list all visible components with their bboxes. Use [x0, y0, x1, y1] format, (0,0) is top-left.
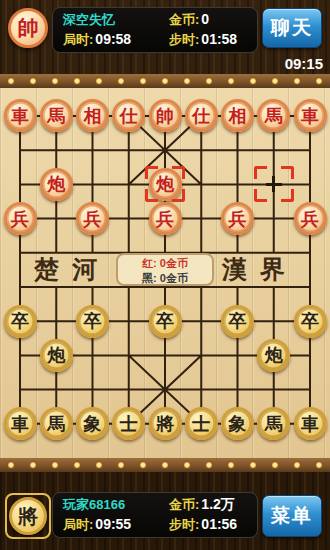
bottom-player-game-time: 局时:09:55 — [63, 516, 169, 534]
move-time-label: 步时: — [169, 32, 199, 47]
piece-black-卒[interactable]: 卒 — [149, 305, 182, 338]
piece-red-炮[interactable]: 炮 — [40, 168, 73, 201]
black-general-badge-icon: 將 — [9, 497, 47, 535]
piece-red-兵[interactable]: 兵 — [294, 202, 327, 235]
xiangqi-app-screen: 楚河 漢界 红: 0金币 黑: 0金币 車馬相仕帥仕相馬車炮炮兵兵兵兵兵卒卒卒卒… — [0, 0, 330, 550]
piece-red-相[interactable]: 相 — [76, 99, 109, 132]
piece-black-卒[interactable]: 卒 — [294, 305, 327, 338]
top-player-coins: 金币:0 — [169, 11, 251, 29]
piece-black-卒[interactable]: 卒 — [221, 305, 254, 338]
piece-black-車[interactable]: 車 — [294, 407, 327, 440]
chat-button[interactable]: 聊天 — [262, 8, 322, 48]
piece-red-馬[interactable]: 馬 — [40, 99, 73, 132]
top-player-panel: 深空失忆 金币:0 局时:09:58 步时:01:58 — [52, 7, 258, 53]
piece-red-兵[interactable]: 兵 — [76, 202, 109, 235]
piece-red-兵[interactable]: 兵 — [4, 202, 37, 235]
piece-black-將[interactable]: 將 — [149, 407, 182, 440]
game-time-label: 局时: — [63, 32, 93, 47]
piece-black-卒[interactable]: 卒 — [76, 305, 109, 338]
piece-black-士[interactable]: 士 — [112, 407, 145, 440]
session-clock: 09:15 — [285, 55, 323, 72]
game-time-value: 09:55 — [95, 516, 131, 532]
move-origin-marker — [254, 166, 294, 202]
bottom-player-name: 玩家68166 — [63, 496, 169, 514]
red-general-badge-char: 帥 — [18, 14, 39, 42]
piece-black-士[interactable]: 士 — [185, 407, 218, 440]
piece-red-相[interactable]: 相 — [221, 99, 254, 132]
top-player-move-time: 步时:01:58 — [169, 31, 251, 49]
turn-indicator-frame: 將 — [5, 493, 51, 539]
top-player-name: 深空失忆 — [63, 11, 169, 29]
piece-black-象[interactable]: 象 — [221, 407, 254, 440]
move-time-label: 步时: — [169, 517, 199, 532]
top-player-game-time: 局时:09:58 — [63, 31, 169, 49]
coins-value: 0 — [201, 11, 209, 27]
bottom-player-panel: 玩家68166 金币:1.2万 局时:09:55 步时:01:56 — [52, 492, 258, 538]
move-time-value: 01:58 — [201, 31, 237, 47]
piece-red-帥[interactable]: 帥 — [149, 99, 182, 132]
red-general-badge-icon: 帥 — [8, 8, 48, 48]
piece-red-車[interactable]: 車 — [4, 99, 37, 132]
piece-black-馬[interactable]: 馬 — [40, 407, 73, 440]
piece-red-仕[interactable]: 仕 — [112, 99, 145, 132]
move-time-value: 01:56 — [201, 516, 237, 532]
game-time-label: 局时: — [63, 517, 93, 532]
piece-red-馬[interactable]: 馬 — [257, 99, 290, 132]
piece-red-兵[interactable]: 兵 — [149, 202, 182, 235]
bottom-player-coins: 金币:1.2万 — [169, 496, 251, 514]
coins-label: 金币: — [169, 497, 199, 512]
piece-red-仕[interactable]: 仕 — [185, 99, 218, 132]
menu-button[interactable]: 菜单 — [262, 495, 322, 537]
coins-label: 金币: — [169, 12, 199, 27]
game-time-value: 09:58 — [95, 31, 131, 47]
piece-red-炮[interactable]: 炮 — [149, 168, 182, 201]
stud-border-bottom — [0, 458, 330, 472]
bottom-player-move-time: 步时:01:56 — [169, 516, 251, 534]
origin-crosshair-icon — [266, 183, 282, 186]
coins-value: 1.2万 — [201, 496, 234, 512]
piece-black-炮[interactable]: 炮 — [257, 339, 290, 372]
piece-black-車[interactable]: 車 — [4, 407, 37, 440]
board-grid[interactable]: 車馬相仕帥仕相馬車炮炮兵兵兵兵兵卒卒卒卒卒炮炮車馬象士將士象馬車 — [2, 99, 328, 441]
piece-black-炮[interactable]: 炮 — [40, 339, 73, 372]
piece-black-象[interactable]: 象 — [76, 407, 109, 440]
black-general-badge-char: 將 — [18, 503, 38, 530]
piece-black-馬[interactable]: 馬 — [257, 407, 290, 440]
piece-black-卒[interactable]: 卒 — [4, 305, 37, 338]
piece-red-兵[interactable]: 兵 — [221, 202, 254, 235]
stud-border-top — [0, 74, 330, 88]
piece-red-車[interactable]: 車 — [294, 99, 327, 132]
